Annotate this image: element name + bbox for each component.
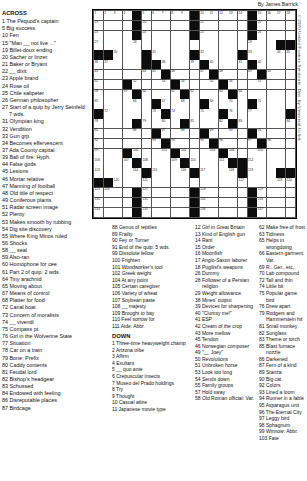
white-square (142, 40, 151, 49)
white-square: 30 (113, 50, 122, 59)
white-square (180, 31, 189, 40)
cell-number: 2 (104, 11, 106, 15)
white-square (286, 99, 295, 108)
white-square (219, 198, 228, 207)
white-square (238, 129, 247, 138)
white-square (276, 198, 285, 207)
white-square: 78 (94, 119, 103, 128)
white-square (113, 158, 122, 167)
black-square (94, 109, 103, 118)
white-square (228, 60, 237, 69)
black-square (142, 168, 151, 177)
clue: 54 Dig site discovery (2, 226, 90, 233)
white-square (123, 139, 132, 148)
black-square (286, 109, 295, 118)
white-square (209, 109, 218, 118)
white-square: 83 (238, 119, 247, 128)
cell-number: 123 (277, 178, 282, 182)
white-square (132, 70, 141, 79)
white-square: 21 (200, 21, 209, 30)
clue: 66 Eastern garment: Var. (259, 250, 306, 263)
white-square (276, 139, 285, 148)
clue: 15 "Man __ not live ..." (2, 40, 90, 47)
white-square: 82 (219, 119, 228, 128)
cell-number: 73 (152, 109, 156, 113)
white-square: 108 (142, 158, 151, 167)
black-square (200, 99, 209, 108)
black-square (171, 80, 180, 89)
white-square: 122 (238, 178, 247, 187)
cell-number: 1 (95, 11, 97, 15)
cell-number: 40 (210, 60, 214, 64)
white-square (228, 178, 237, 187)
cell-number: 38 (162, 60, 166, 64)
white-square (228, 31, 237, 40)
cell-number: 108 (143, 158, 148, 162)
white-square (171, 198, 180, 207)
cell-number: 41 (239, 60, 243, 64)
white-square (190, 178, 199, 187)
clue: 23 Apple brand (2, 75, 90, 82)
cell-number: 12 (219, 11, 223, 15)
white-square (171, 60, 180, 69)
clue: 41 ESP (195, 316, 256, 323)
white-square (104, 80, 113, 89)
clue: 53 Look too long (195, 369, 256, 376)
cell-number: 83 (239, 119, 243, 123)
white-square (104, 90, 113, 99)
white-square (171, 188, 180, 197)
cell-number: 51 (95, 79, 99, 83)
clue: 63 Tidiness (259, 231, 306, 238)
cell-number: 53 (162, 79, 166, 83)
cell-number: 105 (258, 148, 263, 152)
clue: 83 Theme or torch (259, 336, 306, 343)
clue: 96 The Eternal City (259, 409, 306, 416)
black-square (94, 178, 103, 187)
clue: 104 At any point (112, 277, 192, 284)
clue: 93 Lined a loom (259, 389, 306, 396)
white-square (276, 21, 285, 30)
cell-number: 55 (210, 79, 214, 83)
white-square (286, 90, 295, 99)
clue: 5 Big success (2, 25, 90, 32)
clue: 89 Stanza (259, 369, 306, 376)
cell-number: 110 (191, 158, 196, 162)
white-square (104, 21, 113, 30)
cell-number: 23 (95, 30, 99, 34)
clue: 69 R., Ger., etc. (259, 264, 306, 271)
white-square (161, 188, 170, 197)
white-square: 63 (219, 90, 228, 99)
cell-number: 59 (123, 89, 127, 93)
white-square: 74 (171, 109, 180, 118)
black-square (248, 99, 257, 108)
white-square: 54 (180, 80, 189, 89)
cell-number: 103 (210, 148, 215, 152)
crossword-grid: 1234567891011121314151617181920212223242… (92, 9, 297, 219)
white-square: 19 (94, 21, 103, 30)
white-square (161, 21, 170, 30)
white-square (104, 119, 113, 128)
clue: 24 Rose oil (2, 83, 90, 90)
black-square (171, 149, 180, 158)
bottom-column-2: 12 Girl in Great Britain13 Kind of Engli… (195, 224, 256, 480)
white-square: 23 (94, 31, 103, 40)
cell-number: 137 (258, 207, 263, 211)
cell-number: 9 (181, 11, 183, 15)
white-square (276, 70, 285, 79)
black-square (132, 188, 141, 197)
white-square (286, 188, 295, 197)
white-square (286, 31, 295, 40)
clue: 95 Asparagus unit (259, 402, 306, 409)
clue: 100 Frighten (112, 257, 192, 264)
white-square: 65 (94, 99, 103, 108)
clue: 46 Mortar relative (2, 176, 90, 183)
cell-number: 21 (200, 20, 204, 24)
black-square (152, 129, 161, 138)
clue: 80 Caddy contents (2, 362, 90, 369)
white-square (171, 208, 180, 217)
white-square (238, 21, 247, 30)
white-square: 34 (276, 50, 285, 59)
cell-number: 63 (219, 89, 223, 93)
clue: 51 Unbroken horse (195, 362, 256, 369)
black-square (190, 168, 199, 177)
white-square (190, 139, 199, 148)
white-square: 93 (152, 139, 161, 148)
cell-number: 43 (95, 69, 99, 73)
white-square (161, 50, 170, 59)
white-square (209, 40, 218, 49)
clue: 37 Ada County capital (2, 147, 90, 154)
white-square: 25 (200, 31, 209, 40)
black-square (248, 11, 257, 20)
clue: 79 Bone: Prefix (2, 355, 90, 362)
white-square (286, 198, 295, 207)
cell-number: 92 (95, 138, 99, 142)
black-square (257, 70, 266, 79)
white-square: 3 (113, 11, 122, 20)
white-square (152, 119, 161, 128)
cell-number: 94 (171, 138, 175, 142)
white-square (209, 198, 218, 207)
white-square (238, 198, 247, 207)
clue: 98 Sphagnum (259, 422, 306, 429)
black-square (286, 40, 295, 49)
white-square (113, 109, 122, 118)
cell-number: 56 (229, 79, 233, 83)
cell-number: 3 (114, 11, 116, 15)
cell-number: 4 (123, 11, 125, 15)
down-header: DOWN (112, 333, 192, 340)
clue: 34 Becomes effervescent (2, 140, 90, 147)
white-square (161, 31, 170, 40)
white-square (276, 80, 285, 89)
white-square (104, 208, 113, 217)
clue: 40 "Clumsy me!" (195, 310, 256, 317)
clue: 44 False gods (2, 161, 90, 168)
white-square (276, 208, 285, 217)
white-square (104, 168, 113, 177)
cell-number: 39 (191, 60, 195, 64)
white-square: 52 (132, 80, 141, 89)
cell-number: 99 (95, 148, 99, 152)
black-square (94, 50, 103, 59)
cell-number: 28 (133, 40, 137, 44)
cell-number: 36 (95, 60, 99, 64)
white-square: 112 (248, 158, 257, 167)
white-square (286, 158, 295, 167)
white-square: 39 (190, 60, 199, 69)
white-square: 118 (228, 168, 237, 177)
white-square (190, 99, 199, 108)
clue: 70 Lab compound (259, 270, 306, 277)
white-square (142, 149, 151, 158)
white-square (152, 40, 161, 49)
white-square (276, 60, 285, 69)
clue: 28 Follower of a Persian religion (195, 277, 256, 290)
white-square (209, 90, 218, 99)
black-square (238, 158, 247, 167)
white-square (209, 31, 218, 40)
white-square (209, 50, 218, 59)
white-square (200, 149, 209, 158)
crossword-page: By James Barrick 12345678910111213141516… (0, 0, 307, 481)
white-square (248, 149, 257, 158)
clue: 108 __ majesty (112, 303, 192, 310)
black-square (190, 31, 199, 40)
white-square (123, 188, 132, 197)
white-square: 137 (257, 208, 266, 217)
clue: 4 Exultant (112, 360, 192, 367)
white-square (248, 90, 257, 99)
black-square (286, 168, 295, 177)
white-square (123, 178, 132, 187)
cell-number: 84 (286, 119, 290, 123)
clue: 52 Plenty (2, 211, 90, 218)
cell-number: 131 (143, 197, 148, 201)
clue: 85 Blast furnace nozzle (259, 343, 306, 356)
white-square (200, 40, 209, 49)
black-square (248, 129, 257, 138)
clue: 65 Helps in wrongdoing (259, 237, 306, 250)
clue: 75 Popular game bird (259, 290, 306, 303)
white-square (142, 99, 151, 108)
clue: 76 Girl in the Wolverine State (2, 333, 90, 340)
clue: 57 Hold sway (195, 389, 256, 396)
white-square (142, 80, 151, 89)
white-square: 60 (142, 90, 151, 99)
white-square (123, 198, 132, 207)
clue: 16 Moonfish (195, 250, 256, 257)
white-square (190, 70, 199, 79)
cell-number: 112 (248, 158, 253, 162)
clue: 72 Tall and thin (259, 277, 306, 284)
white-square: 87 (161, 129, 170, 138)
white-square: 22 (257, 21, 266, 30)
cell-number: 134 (95, 207, 100, 211)
white-square: 109 (171, 158, 180, 167)
white-square (113, 129, 122, 138)
white-square (257, 109, 266, 118)
white-square (161, 168, 170, 177)
cell-number: 111 (219, 158, 224, 162)
bottom-column-3: 62 Make free of frost63 Tidiness65 Helps… (259, 224, 306, 480)
white-square (161, 198, 170, 207)
clue: 1 Three-time heavyweight champ (112, 340, 192, 347)
white-square (104, 31, 113, 40)
white-square: 4 (123, 11, 132, 20)
white-square: 35 (286, 50, 295, 59)
clue: 39 Devices for sharpening (195, 303, 256, 310)
white-square (190, 40, 199, 49)
cell-number: 11 (210, 11, 213, 15)
cell-number: 100 (133, 148, 138, 152)
black-square (104, 178, 113, 187)
clue: 88 Genus of reptiles (112, 224, 192, 231)
white-square (123, 21, 132, 30)
white-square (123, 60, 132, 69)
clue: 74 Little bit (259, 283, 306, 290)
cell-number: 113 (95, 168, 100, 172)
black-square (219, 80, 228, 89)
clue: 60 Homophone for cee (2, 261, 90, 268)
cell-number: 114 (133, 168, 138, 172)
white-square: 7 (161, 11, 170, 20)
cell-number: 87 (162, 128, 166, 132)
clue: 92 Colors (259, 382, 306, 389)
white-square: 17 (276, 11, 285, 20)
white-square (171, 21, 180, 30)
white-square (123, 109, 132, 118)
white-square: 5 (142, 11, 151, 20)
white-square (104, 129, 113, 138)
white-square (123, 31, 132, 40)
white-square (190, 129, 199, 138)
white-square (209, 178, 218, 187)
white-square (267, 40, 276, 49)
down-clue-list: 1 Three-time heavyweight champ2 Arizona … (112, 340, 192, 413)
black-square (190, 50, 199, 59)
white-square (161, 158, 170, 167)
cell-number: 90 (229, 128, 233, 132)
white-square (286, 208, 295, 217)
white-square (104, 158, 113, 167)
cell-number: 81 (191, 119, 195, 123)
cell-number: 135 (143, 207, 148, 211)
white-square (171, 178, 180, 187)
clue: 55 Family groups (195, 382, 256, 389)
cell-number: 5 (143, 11, 145, 15)
clue: 86 Disreputable places (2, 397, 90, 404)
cell-number: 95 (200, 138, 204, 142)
black-square (238, 50, 247, 59)
black-square (238, 168, 247, 177)
clue: 12 Girl in Great Britain (195, 224, 256, 231)
white-square (132, 178, 141, 187)
clue: 103 Fate (259, 435, 306, 442)
cell-number: 13 (229, 11, 233, 15)
cell-number: 72 (104, 109, 108, 113)
cell-number: 120 (114, 178, 119, 182)
white-square: 29 (248, 40, 257, 49)
cell-number: 130 (95, 197, 100, 201)
white-square: 66 (132, 99, 141, 108)
white-square (132, 50, 141, 59)
white-square (286, 129, 295, 138)
white-square (257, 158, 266, 167)
white-square: 67 (161, 99, 170, 108)
clue: 58 __ seal (2, 247, 90, 254)
white-square: 28 (132, 40, 141, 49)
white-square (276, 99, 285, 108)
clue: 49 "__ Joey" (195, 349, 256, 356)
white-square (238, 70, 247, 79)
clue: 55 Where King Minos ruled (2, 233, 90, 240)
white-square (267, 50, 276, 59)
white-square (219, 178, 228, 187)
black-square (152, 60, 161, 69)
cell-number: 47 (200, 69, 204, 73)
clue: 56 Shocks (2, 240, 90, 247)
white-square: 12 (219, 11, 228, 20)
black-square (248, 198, 257, 207)
black-square (152, 99, 161, 108)
white-square (171, 119, 180, 128)
cell-number: 76 (229, 109, 233, 113)
white-square: 80 (161, 119, 170, 128)
white-square (200, 90, 209, 99)
white-square (132, 109, 141, 118)
white-square (132, 139, 141, 148)
black-square (276, 40, 285, 49)
cell-number: 61 (171, 89, 175, 93)
clue: 54 Sends down (195, 376, 256, 383)
clue: 22 __ dixit (2, 68, 90, 75)
cell-number: 30 (114, 50, 118, 54)
white-square (161, 40, 170, 49)
black-square (257, 139, 266, 148)
white-square: 56 (228, 80, 237, 89)
cell-number: 96 (219, 138, 223, 142)
clue: 47 Manning of football (2, 183, 90, 190)
white-square: 55 (209, 80, 218, 89)
cell-number: 136 (200, 207, 205, 211)
black-square (180, 90, 189, 99)
cell-number: 6 (152, 11, 154, 15)
white-square: 97 (248, 139, 257, 148)
black-square (190, 21, 199, 30)
white-square: 121 (142, 178, 151, 187)
cell-number: 50 (267, 69, 271, 73)
white-square: 129 (257, 188, 266, 197)
white-square: 76 (228, 109, 237, 118)
cell-number: 57 (258, 79, 262, 83)
clue: 32 Vendition (2, 126, 90, 133)
white-square: 114 (132, 168, 141, 177)
white-square: 110 (190, 158, 199, 167)
white-square (142, 139, 151, 148)
cell-number: 106 (95, 158, 100, 162)
white-square (180, 139, 189, 148)
white-square (209, 168, 218, 177)
white-square (113, 31, 122, 40)
clue: 72 Canal boat (2, 304, 90, 311)
clue: 106 Variety of wheat (112, 290, 192, 297)
white-square: 130 (94, 198, 103, 207)
